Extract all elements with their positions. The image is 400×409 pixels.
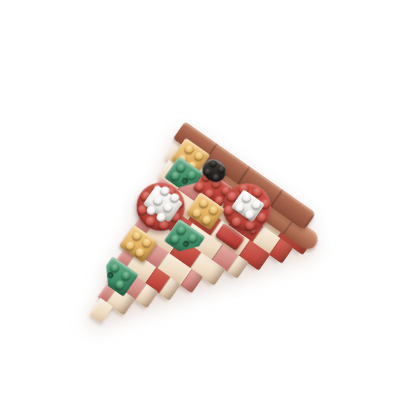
photo-canvas: Overhead photo of a miniature toy-brick …	[0, 0, 400, 409]
stud	[134, 246, 147, 259]
stud	[191, 206, 204, 219]
stud	[197, 197, 210, 210]
stud	[207, 203, 220, 216]
stud	[193, 149, 206, 162]
stud	[141, 236, 154, 249]
stud	[152, 194, 165, 207]
stud	[183, 142, 196, 155]
stud	[202, 167, 212, 177]
stud	[162, 201, 175, 214]
stud	[131, 229, 144, 242]
stud	[124, 239, 137, 252]
pizza-slice	[63, 125, 329, 400]
stud	[208, 159, 218, 169]
stud	[211, 173, 221, 183]
stud	[216, 164, 226, 174]
stud	[200, 213, 213, 226]
